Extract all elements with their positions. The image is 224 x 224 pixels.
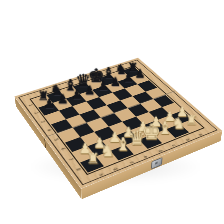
product-photo: 12345678 hgfedcba ♜♞♝♛♚♝♞♜♟♟♟♟♟♟♟♟♟♟♟♟♟♟…	[0, 0, 224, 224]
